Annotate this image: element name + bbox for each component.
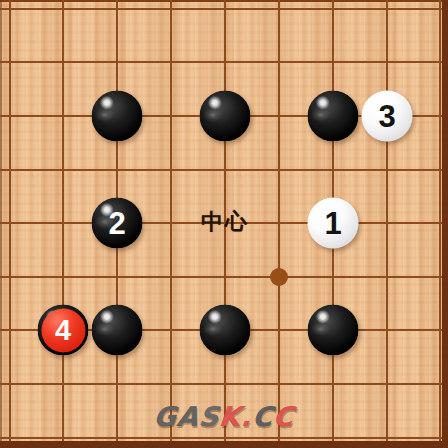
grid-hline-8	[0, 383, 444, 385]
grid-vline-8	[386, 0, 388, 442]
go-board[interactable]: 中心 3214 GASK.CC	[0, 0, 448, 448]
watermark-letter: C	[272, 401, 296, 432]
board-frame-left	[0, 0, 2, 448]
black-stone[interactable]	[200, 91, 251, 142]
center-label: 中心	[201, 207, 249, 237]
black-stone-move-4[interactable]: 4	[38, 305, 89, 356]
watermark-letter: G	[152, 401, 178, 432]
board-frame-bottom	[0, 441, 448, 448]
black-stone[interactable]	[92, 91, 143, 142]
grid-vline-6	[278, 0, 280, 442]
move-number: 2	[108, 208, 125, 239]
move-number: 3	[378, 101, 395, 132]
last-move-highlight: 4	[41, 308, 85, 352]
grid-hline-2	[0, 61, 444, 63]
grid-vline-9	[439, 0, 441, 442]
grid-vline-4	[170, 0, 172, 442]
grid-vline-1	[9, 0, 11, 442]
grid-hline-4	[0, 169, 444, 171]
black-stone[interactable]	[308, 91, 359, 142]
black-stone[interactable]	[200, 305, 251, 356]
move-number: 4	[55, 316, 71, 345]
grid-hline-9	[0, 437, 444, 439]
grid-hline-6	[0, 276, 444, 278]
white-stone-move-3[interactable]: 3	[362, 91, 413, 142]
star-point	[270, 268, 288, 286]
move-number: 1	[324, 208, 341, 239]
grid-hline-1	[0, 8, 444, 10]
black-stone[interactable]	[92, 305, 143, 356]
black-stone-move-2[interactable]: 2	[92, 198, 143, 249]
watermark: GASK.CC	[0, 401, 448, 432]
black-stone[interactable]	[308, 305, 359, 356]
white-stone-move-1[interactable]: 1	[308, 198, 359, 249]
grid-vline-2	[62, 0, 64, 442]
board-frame-right	[442, 0, 448, 448]
